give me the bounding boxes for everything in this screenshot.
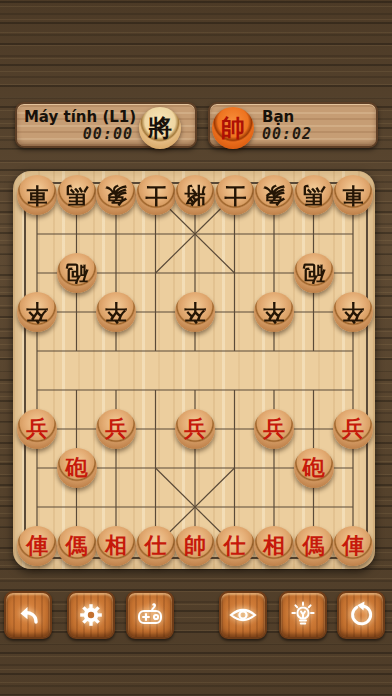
piece-red-elephant[interactable]: 相 xyxy=(254,526,294,566)
piece-red-horse[interactable]: 傌 xyxy=(294,526,334,566)
piece-char: 卒 xyxy=(333,292,373,332)
settings-button[interactable] xyxy=(67,591,115,639)
piece-black-elephant[interactable]: 象 xyxy=(254,175,294,215)
piece-char: 馬 xyxy=(57,175,97,215)
piece-char: 士 xyxy=(215,175,255,215)
piece-red-cannon[interactable]: 砲 xyxy=(57,448,97,488)
piece-black-horse[interactable]: 馬 xyxy=(294,175,334,215)
piece-char: 卒 xyxy=(96,292,136,332)
piece-char: 兵 xyxy=(333,409,373,449)
piece-char: 兵 xyxy=(175,409,215,449)
piece-red-soldier[interactable]: 兵 xyxy=(333,409,373,449)
piece-red-chariot[interactable]: 俥 xyxy=(17,526,57,566)
piece-char: 仕 xyxy=(215,526,255,566)
piece-red-soldier[interactable]: 兵 xyxy=(96,409,136,449)
piece-char: 相 xyxy=(96,526,136,566)
piece-red-chariot[interactable]: 俥 xyxy=(333,526,373,566)
piece-char: 士 xyxy=(136,175,176,215)
piece-char: 卒 xyxy=(175,292,215,332)
restart-button[interactable] xyxy=(337,591,385,639)
piece-red-horse[interactable]: 傌 xyxy=(57,526,97,566)
piece-char: 象 xyxy=(96,175,136,215)
piece-char: 車 xyxy=(333,175,373,215)
piece-char: 砲 xyxy=(294,253,334,293)
piece-black-soldier[interactable]: 卒 xyxy=(175,292,215,332)
piece-char: 象 xyxy=(254,175,294,215)
piece-red-advisor[interactable]: 仕 xyxy=(215,526,255,566)
piece-black-soldier[interactable]: 卒 xyxy=(333,292,373,332)
undo-icon xyxy=(14,601,42,629)
black-general-char: 將 xyxy=(139,107,181,149)
restart-icon xyxy=(346,600,376,630)
piece-black-elephant[interactable]: 象 xyxy=(96,175,136,215)
piece-black-chariot[interactable]: 車 xyxy=(17,175,57,215)
piece-black-soldier[interactable]: 卒 xyxy=(96,292,136,332)
piece-char: 兵 xyxy=(254,409,294,449)
piece-red-soldier[interactable]: 兵 xyxy=(175,409,215,449)
piece-char: 兵 xyxy=(96,409,136,449)
piece-black-advisor[interactable]: 士 xyxy=(215,175,255,215)
piece-red-general[interactable]: 帥 xyxy=(175,526,215,566)
computer-player-name: Máy tính (L1) xyxy=(23,109,137,126)
red-general-char: 帥 xyxy=(212,107,254,149)
piece-char: 馬 xyxy=(294,175,334,215)
black-general-indicator-disc: 將 xyxy=(139,107,181,149)
piece-red-advisor[interactable]: 仕 xyxy=(136,526,176,566)
piece-red-soldier[interactable]: 兵 xyxy=(17,409,57,449)
piece-black-horse[interactable]: 馬 xyxy=(57,175,97,215)
piece-char: 將 xyxy=(175,175,215,215)
piece-black-general[interactable]: 將 xyxy=(175,175,215,215)
hint-button[interactable] xyxy=(279,591,327,639)
eye-icon xyxy=(228,600,258,630)
piece-red-elephant[interactable]: 相 xyxy=(96,526,136,566)
piece-char: 砲 xyxy=(57,253,97,293)
player-panel-you: 帥 Bạn 00:02 xyxy=(208,102,378,148)
piece-char: 卒 xyxy=(17,292,57,332)
xiangqi-board[interactable]: 車馬象士將士象馬車砲砲卒卒卒卒卒兵兵兵兵兵砲砲俥傌相仕帥仕相傌俥 xyxy=(13,171,375,569)
piece-black-cannon[interactable]: 砲 xyxy=(57,253,97,293)
piece-char: 兵 xyxy=(17,409,57,449)
piece-char: 俥 xyxy=(17,526,57,566)
piece-black-soldier[interactable]: 卒 xyxy=(254,292,294,332)
pieces-layer: 車馬象士將士象馬車砲砲卒卒卒卒卒兵兵兵兵兵砲砲俥傌相仕帥仕相傌俥 xyxy=(13,171,375,569)
red-general-indicator-disc: 帥 xyxy=(212,107,254,149)
player-panel-computer: Máy tính (L1) 00:00 將 xyxy=(15,102,197,148)
piece-char: 傌 xyxy=(294,526,334,566)
piece-char: 俥 xyxy=(333,526,373,566)
undo-button[interactable] xyxy=(4,591,52,639)
piece-char: 車 xyxy=(17,175,57,215)
show-moves-button[interactable] xyxy=(219,591,267,639)
piece-char: 仕 xyxy=(136,526,176,566)
piece-black-advisor[interactable]: 士 xyxy=(136,175,176,215)
piece-char: 帥 xyxy=(175,526,215,566)
piece-red-cannon[interactable]: 砲 xyxy=(294,448,334,488)
gear-icon xyxy=(77,601,105,629)
piece-black-soldier[interactable]: 卒 xyxy=(17,292,57,332)
computer-clock: 00:00 xyxy=(23,126,137,143)
piece-red-soldier[interactable]: 兵 xyxy=(254,409,294,449)
your-clock: 00:02 xyxy=(262,126,312,143)
xiangqi-app: Máy tính (L1) 00:00 將 帥 Bạn 00:02 xyxy=(0,0,392,696)
game-mode-button[interactable] xyxy=(126,591,174,639)
piece-char: 相 xyxy=(254,526,294,566)
your-player-name: Bạn xyxy=(262,109,312,126)
piece-black-chariot[interactable]: 車 xyxy=(333,175,373,215)
piece-char: 砲 xyxy=(294,448,334,488)
piece-char: 傌 xyxy=(57,526,97,566)
lightbulb-icon xyxy=(288,600,318,630)
piece-char: 卒 xyxy=(254,292,294,332)
piece-black-cannon[interactable]: 砲 xyxy=(294,253,334,293)
piece-char: 砲 xyxy=(57,448,97,488)
gamepad-icon xyxy=(135,600,165,630)
